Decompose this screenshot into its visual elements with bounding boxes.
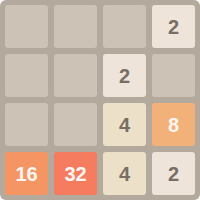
game-board[interactable]: 2248163242 [0, 0, 200, 200]
tile-16: 16 [5, 152, 48, 195]
empty-cell [5, 5, 48, 48]
empty-cell [54, 54, 97, 97]
empty-cell [5, 103, 48, 146]
tile-4: 4 [103, 152, 146, 195]
tile-8: 8 [152, 103, 195, 146]
empty-cell [5, 54, 48, 97]
tile-32: 32 [54, 152, 97, 195]
empty-cell [54, 5, 97, 48]
tile-2: 2 [152, 5, 195, 48]
empty-cell [103, 5, 146, 48]
tile-4: 4 [103, 103, 146, 146]
tile-2: 2 [152, 152, 195, 195]
tile-2: 2 [103, 54, 146, 97]
empty-cell [54, 103, 97, 146]
empty-cell [152, 54, 195, 97]
